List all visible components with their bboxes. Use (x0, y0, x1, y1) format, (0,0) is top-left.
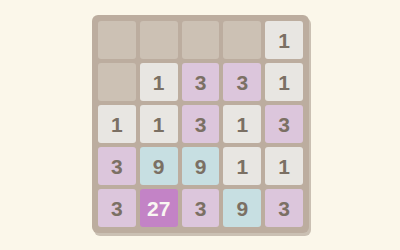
tile-3: 3 (265, 105, 303, 143)
tile-3: 3 (98, 189, 136, 227)
tile-1: 1 (265, 21, 303, 59)
tile-3: 3 (98, 147, 136, 185)
tile-3: 3 (182, 189, 220, 227)
tile-1: 1 (265, 63, 303, 101)
tile-1: 1 (265, 147, 303, 185)
empty-cell (140, 21, 178, 59)
tile-3: 3 (223, 63, 261, 101)
tile-1: 1 (140, 63, 178, 101)
empty-cell (98, 21, 136, 59)
game-board[interactable]: 113311131339911327393 (92, 15, 309, 233)
empty-cell (98, 63, 136, 101)
empty-cell (223, 21, 261, 59)
tile-3: 3 (182, 63, 220, 101)
empty-cell (182, 21, 220, 59)
tile-9: 9 (223, 189, 261, 227)
tile-3: 3 (265, 189, 303, 227)
tile-1: 1 (98, 105, 136, 143)
tile-27: 27 (140, 189, 178, 227)
tile-1: 1 (140, 105, 178, 143)
tile-9: 9 (182, 147, 220, 185)
tile-1: 1 (223, 147, 261, 185)
tile-9: 9 (140, 147, 178, 185)
tile-3: 3 (182, 105, 220, 143)
tile-1: 1 (223, 105, 261, 143)
